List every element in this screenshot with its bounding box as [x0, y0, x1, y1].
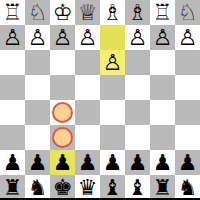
black-pawn-piece: ♟: [125, 150, 150, 175]
white-pawn-piece: ♙: [125, 25, 150, 50]
black-pawn-piece: ♟: [75, 150, 100, 175]
square-h7[interactable]: ♟: [0, 150, 25, 175]
square-d6[interactable]: [100, 125, 125, 150]
square-f5[interactable]: [50, 100, 75, 125]
square-b3[interactable]: [150, 50, 175, 75]
square-c3[interactable]: [125, 50, 150, 75]
square-g4[interactable]: [25, 75, 50, 100]
black-bishop-piece: ♝: [100, 175, 125, 200]
square-g5[interactable]: [25, 100, 50, 125]
black-knight-piece: ♞: [25, 175, 50, 200]
square-h3[interactable]: [0, 50, 25, 75]
square-a3[interactable]: [175, 50, 200, 75]
white-queen-piece: ♕: [75, 0, 100, 25]
square-c6[interactable]: [125, 125, 150, 150]
move-destination-marker[interactable]: [52, 127, 73, 148]
square-a6[interactable]: [175, 125, 200, 150]
square-c5[interactable]: [125, 100, 150, 125]
black-king-piece: ♚: [50, 175, 75, 200]
square-h5[interactable]: [0, 100, 25, 125]
white-pawn-piece: ♙: [0, 25, 25, 50]
square-c4[interactable]: [125, 75, 150, 100]
black-rook-piece: ♜: [0, 175, 25, 200]
white-knight-piece: ♘: [25, 0, 50, 25]
square-a4[interactable]: [175, 75, 200, 100]
square-g8[interactable]: ♞: [25, 175, 50, 200]
square-a8[interactable]: ♞: [175, 175, 200, 200]
square-g7[interactable]: ♟: [25, 150, 50, 175]
square-d3[interactable]: ♙: [100, 50, 125, 75]
white-pawn-piece: ♙: [100, 50, 125, 75]
square-e7[interactable]: ♟: [75, 150, 100, 175]
screen-bottom-edge: [0, 198, 200, 200]
square-b2[interactable]: ♙: [150, 25, 175, 50]
white-knight-piece: ♘: [175, 0, 200, 25]
square-a2[interactable]: ♙: [175, 25, 200, 50]
move-destination-marker[interactable]: [52, 102, 73, 123]
square-h2[interactable]: ♙: [0, 25, 25, 50]
chess-app-screen: ♖♘♔♕♗♗♖♘♙♙♙♙♙♙♙♙♟♟♟♟♟♟♟♟♜♞♚♛♝♝♜♞: [0, 0, 200, 200]
white-pawn-piece: ♙: [150, 25, 175, 50]
black-queen-piece: ♛: [75, 175, 100, 200]
black-rook-piece: ♜: [150, 175, 175, 200]
black-pawn-piece: ♟: [25, 150, 50, 175]
square-d8[interactable]: ♝: [100, 175, 125, 200]
square-e8[interactable]: ♛: [75, 175, 100, 200]
square-f8[interactable]: ♚: [50, 175, 75, 200]
square-b8[interactable]: ♜: [150, 175, 175, 200]
square-f4[interactable]: [50, 75, 75, 100]
square-g3[interactable]: [25, 50, 50, 75]
square-h6[interactable]: [0, 125, 25, 150]
white-bishop-piece: ♗: [125, 0, 150, 25]
square-e6[interactable]: [75, 125, 100, 150]
square-e1[interactable]: ♕: [75, 0, 100, 25]
square-c8[interactable]: ♝: [125, 175, 150, 200]
white-king-piece: ♔: [50, 0, 75, 25]
white-pawn-piece: ♙: [50, 25, 75, 50]
square-c7[interactable]: ♟: [125, 150, 150, 175]
square-d2[interactable]: [100, 25, 125, 50]
square-h4[interactable]: [0, 75, 25, 100]
square-b1[interactable]: ♖: [150, 0, 175, 25]
black-pawn-piece: ♟: [100, 150, 125, 175]
chess-board: ♖♘♔♕♗♗♖♘♙♙♙♙♙♙♙♙♟♟♟♟♟♟♟♟♜♞♚♛♝♝♜♞: [0, 0, 200, 200]
square-b4[interactable]: [150, 75, 175, 100]
square-e2[interactable]: ♙: [75, 25, 100, 50]
black-bishop-piece: ♝: [125, 175, 150, 200]
square-d7[interactable]: ♟: [100, 150, 125, 175]
square-h8[interactable]: ♜: [0, 175, 25, 200]
square-e5[interactable]: [75, 100, 100, 125]
white-pawn-piece: ♙: [75, 25, 100, 50]
square-f2[interactable]: ♙: [50, 25, 75, 50]
square-g6[interactable]: [25, 125, 50, 150]
square-d4[interactable]: [100, 75, 125, 100]
white-pawn-piece: ♙: [175, 25, 200, 50]
square-f7[interactable]: ♟: [50, 150, 75, 175]
black-pawn-piece: ♟: [175, 150, 200, 175]
square-f1[interactable]: ♔: [50, 0, 75, 25]
black-knight-piece: ♞: [175, 175, 200, 200]
white-pawn-piece: ♙: [25, 25, 50, 50]
white-rook-piece: ♖: [150, 0, 175, 25]
square-b6[interactable]: [150, 125, 175, 150]
square-g2[interactable]: ♙: [25, 25, 50, 50]
white-rook-piece: ♖: [0, 0, 25, 25]
black-pawn-piece: ♟: [50, 150, 75, 175]
square-a7[interactable]: ♟: [175, 150, 200, 175]
white-bishop-piece: ♗: [100, 0, 125, 25]
square-e3[interactable]: [75, 50, 100, 75]
square-d5[interactable]: [100, 100, 125, 125]
square-c1[interactable]: ♗: [125, 0, 150, 25]
black-pawn-piece: ♟: [150, 150, 175, 175]
square-d1[interactable]: ♗: [100, 0, 125, 25]
black-pawn-piece: ♟: [0, 150, 25, 175]
square-b5[interactable]: [150, 100, 175, 125]
square-h1[interactable]: ♖: [0, 0, 25, 25]
square-g1[interactable]: ♘: [25, 0, 50, 25]
square-c2[interactable]: ♙: [125, 25, 150, 50]
square-f3[interactable]: [50, 50, 75, 75]
square-b7[interactable]: ♟: [150, 150, 175, 175]
square-a1[interactable]: ♘: [175, 0, 200, 25]
square-a5[interactable]: [175, 100, 200, 125]
square-e4[interactable]: [75, 75, 100, 100]
square-f6[interactable]: [50, 125, 75, 150]
